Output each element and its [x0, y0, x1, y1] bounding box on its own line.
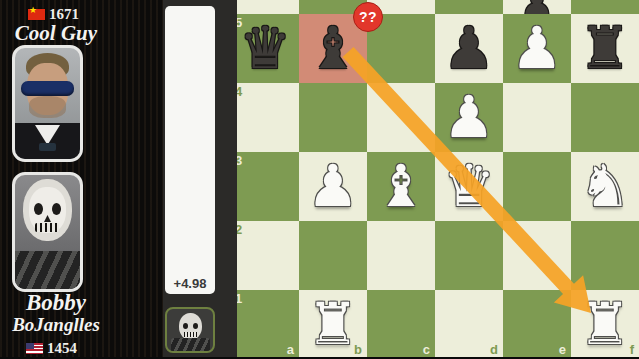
square-d1[interactable]: d [435, 290, 503, 359]
china-flag-icon: ★ [28, 9, 45, 20]
black-pawn-d5[interactable]: ♟ [435, 14, 503, 83]
square-c2[interactable] [367, 221, 435, 290]
chess-board: ♟5♛♝♟♟♜4♟3♟♝♛♞21ab♜cdef♜ [231, 0, 639, 359]
square-d6[interactable] [435, 0, 503, 14]
white-pawn-d4[interactable]: ♟ [435, 83, 503, 152]
file-label-c: c [423, 343, 430, 356]
square-e4[interactable] [503, 83, 571, 152]
usa-flag-icon [26, 343, 43, 354]
square-f5[interactable]: ♜ [571, 14, 639, 83]
square-e2[interactable] [503, 221, 571, 290]
square-b3[interactable]: ♟ [299, 152, 367, 221]
black-queen-a5[interactable]: ♛ [231, 14, 299, 83]
skull-body [15, 251, 80, 289]
square-b1[interactable]: b♜ [299, 290, 367, 359]
square-b2[interactable] [299, 221, 367, 290]
square-d2[interactable] [435, 221, 503, 290]
square-e6[interactable]: ♟ [503, 0, 571, 14]
square-f6[interactable] [571, 0, 639, 14]
player-turn-thumbnail [165, 307, 215, 353]
white-queen-d3[interactable]: ♛ [435, 152, 503, 221]
square-c3[interactable]: ♝ [367, 152, 435, 221]
white-pawn-b3[interactable]: ♟ [299, 152, 367, 221]
bottom-player-name-first: Bobby [0, 290, 112, 316]
square-f1[interactable]: f♜ [571, 290, 639, 359]
app-screen: ♟5♛♝♟♟♜4♟3♟♝♛♞21ab♜cdef♜ ?? +4.98 ★ 1671… [0, 0, 639, 359]
black-pawn-e6[interactable]: ♟ [503, 0, 571, 14]
square-f4[interactable] [571, 83, 639, 152]
evaluation-bar: +4.98 [165, 6, 215, 294]
file-label-e: e [559, 343, 566, 356]
top-player-name: Cool Guy [0, 21, 112, 46]
square-b4[interactable] [299, 83, 367, 152]
square-e3[interactable] [503, 152, 571, 221]
square-e1[interactable]: e [503, 290, 571, 359]
bottom-player-rating-row: 1454 [26, 340, 77, 357]
white-rook-f1[interactable]: ♜ [571, 290, 639, 359]
black-rook-f5[interactable]: ♜ [571, 14, 639, 83]
evaluation-panel: +4.98 [163, 0, 237, 359]
square-a1[interactable]: 1a [231, 290, 299, 359]
white-pawn-e5[interactable]: ♟ [503, 14, 571, 83]
skull-face-icon [29, 187, 66, 233]
white-knight-f3[interactable]: ♞ [571, 152, 639, 221]
square-d5[interactable]: ♟ [435, 14, 503, 83]
sunglasses-icon [21, 81, 74, 96]
top-player-avatar [12, 45, 83, 162]
square-a5[interactable]: 5♛ [231, 14, 299, 83]
file-label-d: d [490, 343, 498, 356]
blunder-badge: ?? [353, 2, 383, 32]
square-a2[interactable]: 2 [231, 221, 299, 290]
square-e5[interactable]: ♟ [503, 14, 571, 83]
square-a3[interactable]: 3 [231, 152, 299, 221]
bottom-player-rating: 1454 [47, 340, 77, 357]
bottom-player-name-last: BoJanglles [0, 314, 112, 336]
white-bishop-c3[interactable]: ♝ [367, 152, 435, 221]
white-rook-b1[interactable]: ♜ [299, 290, 367, 359]
square-d3[interactable]: ♛ [435, 152, 503, 221]
players-sidebar: ★ 1671 Cool Guy Bobby BoJanglles [0, 0, 163, 359]
square-d4[interactable]: ♟ [435, 83, 503, 152]
bottom-player-avatar [12, 172, 83, 292]
mini-skull-icon [179, 313, 202, 340]
evaluation-value: +4.98 [165, 276, 215, 291]
bowtie-icon [39, 143, 56, 151]
square-c4[interactable] [367, 83, 435, 152]
square-a4[interactable]: 4 [231, 83, 299, 152]
square-f2[interactable] [571, 221, 639, 290]
square-f3[interactable]: ♞ [571, 152, 639, 221]
file-label-a: a [287, 343, 294, 356]
square-c1[interactable]: c [367, 290, 435, 359]
square-a6[interactable] [231, 0, 299, 14]
